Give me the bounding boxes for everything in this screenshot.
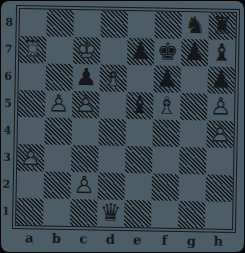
piece-white-pawn-b5: ♟♙ bbox=[45, 91, 72, 118]
piece-white-pawn-a3: ♟♙ bbox=[17, 144, 44, 171]
piece-black-queen-d1: ♛ bbox=[97, 199, 124, 226]
square-h3[interactable] bbox=[206, 147, 233, 174]
square-f7[interactable]: ♚ bbox=[154, 39, 181, 66]
file-label-d: d bbox=[97, 230, 124, 248]
square-b1[interactable] bbox=[43, 199, 70, 226]
square-c6[interactable]: ♟ bbox=[73, 64, 100, 91]
square-h5[interactable]: ♟♙ bbox=[207, 93, 234, 120]
chess-diagram: 87654321 ♞♜♜♖♚♔♟♚♟♝♟♝♗♟♟♟♙♟♙♝♝♗♟♙♟♙♟♙♟♙♛… bbox=[1, 1, 244, 252]
square-e5[interactable]: ♝ bbox=[126, 92, 153, 119]
piece-black-pawn-h6: ♟ bbox=[207, 66, 234, 93]
square-e2[interactable] bbox=[125, 173, 152, 200]
square-h7[interactable]: ♝ bbox=[208, 39, 235, 66]
file-label-b: b bbox=[43, 229, 70, 247]
rank-label-6: 6 bbox=[2, 63, 15, 90]
square-c2[interactable]: ♟♙ bbox=[71, 172, 98, 199]
rank-label-1: 1 bbox=[1, 198, 13, 225]
square-b7[interactable] bbox=[46, 37, 73, 64]
square-b2[interactable] bbox=[44, 172, 71, 199]
piece-black-pawn-f6: ♟ bbox=[153, 66, 180, 93]
piece-white-bishop-f5: ♝♗ bbox=[153, 92, 180, 119]
square-g6[interactable] bbox=[180, 66, 207, 93]
square-g8[interactable]: ♞ bbox=[181, 12, 208, 39]
square-g2[interactable] bbox=[179, 174, 206, 201]
piece-white-king-c7: ♚♔ bbox=[73, 37, 100, 64]
square-c3[interactable] bbox=[71, 145, 98, 172]
square-f5[interactable]: ♝♗ bbox=[153, 92, 180, 119]
square-f1[interactable] bbox=[151, 200, 178, 227]
square-d6[interactable]: ♝♗ bbox=[99, 65, 126, 92]
square-f8[interactable] bbox=[154, 12, 181, 39]
square-b8[interactable] bbox=[46, 10, 73, 37]
square-f2[interactable] bbox=[152, 173, 179, 200]
piece-white-bishop-d6: ♝♗ bbox=[99, 65, 126, 92]
square-c5[interactable]: ♟♙ bbox=[72, 91, 99, 118]
board-frame: ♞♜♜♖♚♔♟♚♟♝♟♝♗♟♟♟♙♟♙♝♝♗♟♙♟♙♟♙♟♙♛ bbox=[12, 5, 240, 233]
piece-white-pawn-c2: ♟♙ bbox=[71, 172, 98, 199]
square-e7[interactable]: ♟ bbox=[127, 38, 154, 65]
square-e1[interactable] bbox=[124, 200, 151, 227]
square-h6[interactable]: ♟ bbox=[207, 66, 234, 93]
square-d8[interactable] bbox=[100, 11, 127, 38]
square-b6[interactable] bbox=[46, 64, 73, 91]
rank-label-4: 4 bbox=[1, 117, 14, 144]
file-label-h: h bbox=[205, 232, 232, 250]
square-d4[interactable] bbox=[99, 119, 126, 146]
piece-black-pawn-c6: ♟ bbox=[73, 64, 100, 91]
square-g3[interactable] bbox=[179, 147, 206, 174]
square-c8[interactable] bbox=[73, 10, 100, 37]
square-c7[interactable]: ♚♔ bbox=[73, 37, 100, 64]
rank-label-8: 8 bbox=[3, 9, 16, 36]
square-b5[interactable]: ♟♙ bbox=[45, 91, 72, 118]
chess-board: ♞♜♜♖♚♔♟♚♟♝♟♝♗♟♟♟♙♟♙♝♝♗♟♙♟♙♟♙♟♙♛ bbox=[15, 8, 237, 230]
square-g1[interactable] bbox=[178, 201, 205, 228]
square-f6[interactable]: ♟ bbox=[153, 66, 180, 93]
square-c1[interactable] bbox=[70, 199, 97, 226]
file-label-c: c bbox=[70, 230, 97, 248]
diagram-page: 87654321 ♞♜♜♖♚♔♟♚♟♝♟♝♗♟♟♟♙♟♙♝♝♗♟♙♟♙♟♙♟♙♛… bbox=[1, 1, 244, 252]
square-a8[interactable] bbox=[20, 9, 47, 36]
square-b3[interactable] bbox=[44, 145, 71, 172]
square-d1[interactable]: ♛ bbox=[97, 199, 124, 226]
square-a1[interactable] bbox=[16, 198, 43, 225]
piece-black-bishop-h7: ♝ bbox=[208, 39, 235, 66]
square-d3[interactable] bbox=[98, 146, 125, 173]
piece-black-rook-h8: ♜ bbox=[208, 13, 235, 40]
piece-black-king-f7: ♚ bbox=[154, 39, 181, 66]
screenshot-background: 87654321 ♞♜♜♖♚♔♟♚♟♝♟♝♗♟♟♟♙♟♙♝♝♗♟♙♟♙♟♙♟♙♛… bbox=[0, 0, 245, 253]
square-a2[interactable] bbox=[17, 171, 44, 198]
rank-label-2: 2 bbox=[1, 171, 13, 198]
square-e6[interactable] bbox=[126, 65, 153, 92]
square-d7[interactable] bbox=[100, 38, 127, 65]
square-d2[interactable] bbox=[98, 172, 125, 199]
square-g4[interactable] bbox=[179, 120, 206, 147]
piece-black-pawn-g7: ♟ bbox=[181, 39, 208, 66]
square-a6[interactable] bbox=[19, 63, 46, 90]
rank-label-3: 3 bbox=[1, 144, 14, 171]
square-a7[interactable]: ♜♖ bbox=[19, 36, 46, 63]
square-a5[interactable] bbox=[18, 90, 45, 117]
square-f4[interactable] bbox=[153, 119, 180, 146]
piece-white-rook-a7: ♜♖ bbox=[19, 36, 46, 63]
square-h1[interactable] bbox=[205, 201, 232, 228]
square-a3[interactable]: ♟♙ bbox=[17, 144, 44, 171]
piece-white-pawn-c5: ♟♙ bbox=[72, 91, 99, 118]
square-d5[interactable] bbox=[99, 92, 126, 119]
square-b4[interactable] bbox=[45, 118, 72, 145]
piece-white-pawn-h4: ♟♙ bbox=[206, 120, 233, 147]
piece-black-pawn-e7: ♟ bbox=[127, 38, 154, 65]
square-g7[interactable]: ♟ bbox=[181, 39, 208, 66]
rank-label-5: 5 bbox=[1, 90, 14, 117]
square-f3[interactable] bbox=[152, 146, 179, 173]
square-c4[interactable] bbox=[72, 118, 99, 145]
square-e8[interactable] bbox=[127, 11, 154, 38]
square-h8[interactable]: ♜ bbox=[208, 13, 235, 40]
piece-black-knight-g8: ♞ bbox=[181, 12, 208, 39]
square-a4[interactable] bbox=[18, 117, 45, 144]
square-h2[interactable] bbox=[206, 174, 233, 201]
piece-black-bishop-e5: ♝ bbox=[126, 92, 153, 119]
square-h4[interactable]: ♟♙ bbox=[206, 120, 233, 147]
file-label-e: e bbox=[124, 231, 151, 249]
file-labels: abcdefgh bbox=[16, 229, 232, 251]
piece-white-pawn-h5: ♟♙ bbox=[207, 93, 234, 120]
square-g5[interactable] bbox=[180, 93, 207, 120]
file-label-f: f bbox=[151, 231, 178, 249]
file-label-a: a bbox=[16, 229, 43, 247]
file-label-g: g bbox=[178, 232, 205, 250]
square-e4[interactable] bbox=[126, 119, 153, 146]
square-e3[interactable] bbox=[125, 146, 152, 173]
rank-label-7: 7 bbox=[2, 36, 15, 63]
